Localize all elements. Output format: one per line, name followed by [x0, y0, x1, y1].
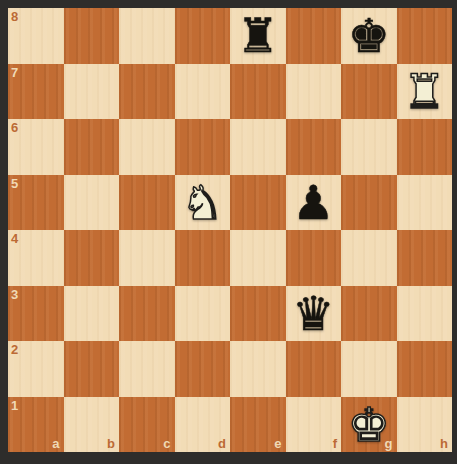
square-d6[interactable] — [175, 119, 231, 175]
square-h8[interactable] — [397, 8, 453, 64]
square-b8[interactable] — [64, 8, 120, 64]
rank-label-8: 8 — [11, 10, 18, 24]
square-b7[interactable] — [64, 64, 120, 120]
square-f3[interactable]: ♛ — [286, 286, 342, 342]
file-label-h: h — [440, 437, 448, 451]
piece-black-pawn-f5[interactable]: ♟ — [286, 175, 342, 231]
square-g6[interactable] — [341, 119, 397, 175]
square-g2[interactable] — [341, 341, 397, 397]
square-d2[interactable] — [175, 341, 231, 397]
square-g1[interactable]: g♚ — [341, 397, 397, 453]
square-e3[interactable] — [230, 286, 286, 342]
square-a8[interactable]: 8 — [8, 8, 64, 64]
square-a6[interactable]: 6 — [8, 119, 64, 175]
square-d5[interactable]: ♞ — [175, 175, 231, 231]
square-d8[interactable] — [175, 8, 231, 64]
square-a5[interactable]: 5 — [8, 175, 64, 231]
square-d4[interactable] — [175, 230, 231, 286]
square-a2[interactable]: 2 — [8, 341, 64, 397]
square-b6[interactable] — [64, 119, 120, 175]
rank-label-7: 7 — [11, 66, 18, 80]
square-c2[interactable] — [119, 341, 175, 397]
square-d3[interactable] — [175, 286, 231, 342]
piece-black-queen-f3[interactable]: ♛ — [286, 286, 342, 342]
file-label-b: b — [107, 437, 115, 451]
rank-label-5: 5 — [11, 177, 18, 191]
rank-label-1: 1 — [11, 399, 18, 413]
square-c1[interactable]: c — [119, 397, 175, 453]
square-c3[interactable] — [119, 286, 175, 342]
square-c7[interactable] — [119, 64, 175, 120]
square-f4[interactable] — [286, 230, 342, 286]
square-b3[interactable] — [64, 286, 120, 342]
square-b5[interactable] — [64, 175, 120, 231]
piece-white-king-g1[interactable]: ♚ — [341, 397, 397, 453]
piece-white-knight-d5[interactable]: ♞ — [175, 175, 231, 231]
square-g7[interactable] — [341, 64, 397, 120]
square-h6[interactable] — [397, 119, 453, 175]
square-h1[interactable]: h — [397, 397, 453, 453]
square-f7[interactable] — [286, 64, 342, 120]
square-f6[interactable] — [286, 119, 342, 175]
square-a1[interactable]: 1a — [8, 397, 64, 453]
square-h3[interactable] — [397, 286, 453, 342]
square-f5[interactable]: ♟ — [286, 175, 342, 231]
square-b4[interactable] — [64, 230, 120, 286]
square-e1[interactable]: e — [230, 397, 286, 453]
square-e8[interactable]: ♜ — [230, 8, 286, 64]
square-b2[interactable] — [64, 341, 120, 397]
square-g5[interactable] — [341, 175, 397, 231]
square-f1[interactable]: f — [286, 397, 342, 453]
square-c5[interactable] — [119, 175, 175, 231]
rank-label-2: 2 — [11, 343, 18, 357]
square-c8[interactable] — [119, 8, 175, 64]
file-label-c: c — [163, 437, 170, 451]
square-e6[interactable] — [230, 119, 286, 175]
square-e2[interactable] — [230, 341, 286, 397]
square-e7[interactable] — [230, 64, 286, 120]
square-h5[interactable] — [397, 175, 453, 231]
file-label-a: a — [52, 437, 59, 451]
square-a7[interactable]: 7 — [8, 64, 64, 120]
square-h2[interactable] — [397, 341, 453, 397]
piece-white-rook-h7[interactable]: ♜ — [397, 64, 453, 120]
file-label-d: d — [218, 437, 226, 451]
square-a4[interactable]: 4 — [8, 230, 64, 286]
square-b1[interactable]: b — [64, 397, 120, 453]
square-d7[interactable] — [175, 64, 231, 120]
square-d1[interactable]: d — [175, 397, 231, 453]
chessboard-frame: 8♜♚7♜65♞♟43♛21abcdefg♚h — [0, 0, 457, 464]
square-g4[interactable] — [341, 230, 397, 286]
file-label-f: f — [333, 437, 337, 451]
rank-label-6: 6 — [11, 121, 18, 135]
square-f8[interactable] — [286, 8, 342, 64]
square-f2[interactable] — [286, 341, 342, 397]
square-c4[interactable] — [119, 230, 175, 286]
square-c6[interactable] — [119, 119, 175, 175]
square-g3[interactable] — [341, 286, 397, 342]
square-h7[interactable]: ♜ — [397, 64, 453, 120]
piece-black-king-g8[interactable]: ♚ — [341, 8, 397, 64]
square-e5[interactable] — [230, 175, 286, 231]
file-label-e: e — [274, 437, 281, 451]
square-a3[interactable]: 3 — [8, 286, 64, 342]
square-g8[interactable]: ♚ — [341, 8, 397, 64]
square-h4[interactable] — [397, 230, 453, 286]
square-e4[interactable] — [230, 230, 286, 286]
piece-black-rook-e8[interactable]: ♜ — [230, 8, 286, 64]
rank-label-3: 3 — [11, 288, 18, 302]
rank-label-4: 4 — [11, 232, 18, 246]
chessboard: 8♜♚7♜65♞♟43♛21abcdefg♚h — [8, 8, 452, 452]
